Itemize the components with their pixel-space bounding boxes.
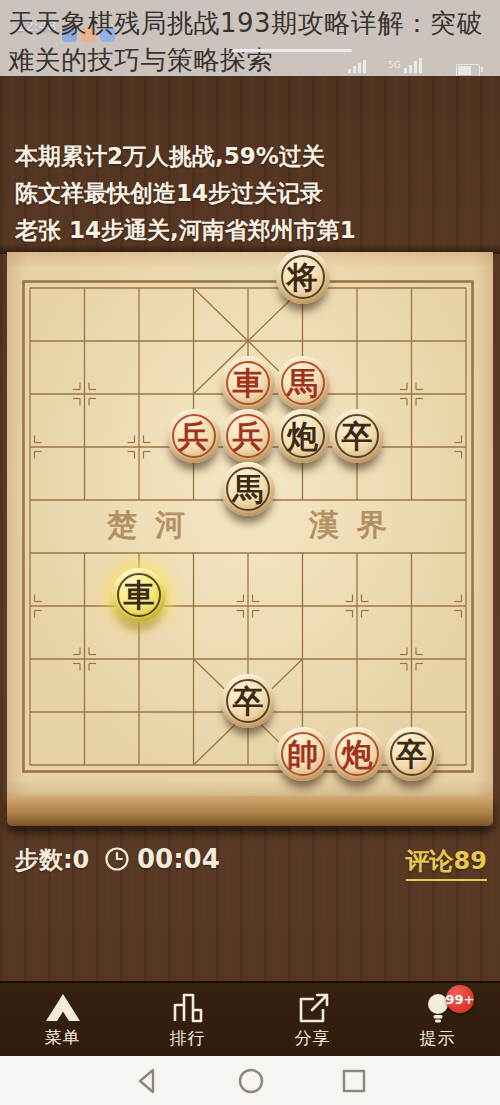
piece-character: 将 [287, 262, 318, 293]
piece-character: 馬 [233, 474, 264, 505]
stats-line-participants: 本期累计2万人挑战,59%过关 [15, 138, 356, 175]
xiangqi-board[interactable]: 楚河 漢界 将車馬兵兵炮卒馬車卒帥炮卒 [7, 252, 493, 796]
piece-black-soldier[interactable]: 卒 [330, 409, 384, 463]
piece-red-horse[interactable]: 馬 [276, 356, 330, 410]
piece-red-general[interactable]: 帥 [276, 727, 330, 781]
nav-item-ranking[interactable]: 排行 [125, 983, 250, 1058]
android-home-icon[interactable] [237, 1067, 265, 1095]
board-front-edge [7, 796, 493, 826]
piece-black-soldier[interactable]: 卒 [221, 674, 275, 728]
piece-character: 馬 [287, 368, 318, 399]
hint-badge: 99+ [446, 985, 475, 1013]
hud-bar: 步数:0 00:04 评论89 [0, 838, 500, 880]
share-icon [296, 992, 330, 1024]
piece-character: 車 [233, 368, 264, 399]
piece-black-general[interactable]: 将 [276, 250, 330, 304]
piece-character: 卒 [396, 739, 427, 770]
android-nav-bar [0, 1056, 500, 1105]
bottom-nav: 菜单 排行 分享 99+ 提示 [0, 981, 500, 1058]
timer-value: 00:04 [137, 844, 220, 874]
header: 12:48 5G 天天象棋残局挑战193期攻略详解：突破难关的技巧与策略探索 [0, 0, 500, 76]
android-recents-icon[interactable] [340, 1067, 368, 1095]
page-title: 天天象棋残局挑战193期攻略详解：突破难关的技巧与策略探索 [8, 5, 496, 76]
challenge-stats: 本期累计2万人挑战,59%过关 陈文祥最快创造14步过关记录 老张 14步通关,… [15, 138, 356, 249]
piece-black-cannon[interactable]: 炮 [276, 409, 330, 463]
piece-character: 卒 [233, 686, 264, 717]
nav-item-share[interactable]: 分享 [250, 983, 375, 1058]
step-counter: 步数:0 [15, 844, 89, 876]
piece-character: 卒 [342, 421, 373, 452]
app-screen: 12:48 5G 天天象棋残局挑战193期攻略详解：突破难关的技巧与策略探索 本… [0, 0, 500, 1105]
piece-character: 兵 [233, 421, 264, 452]
android-back-icon[interactable] [134, 1067, 162, 1095]
nav-item-hint-label: 分享 [295, 1027, 331, 1050]
piece-red-chariot[interactable]: 車 [221, 356, 275, 410]
comments-button[interactable]: 评论89 [406, 845, 487, 881]
piece-red-soldier[interactable]: 兵 [221, 409, 275, 463]
piece-black-horse[interactable]: 馬 [221, 462, 275, 516]
nav-item-menu[interactable]: 菜单 [0, 983, 125, 1058]
piece-character: 帥 [287, 739, 318, 770]
piece-character: 炮 [342, 739, 373, 770]
nav-label: 提示 [420, 1027, 456, 1050]
piece-character: 車 [124, 580, 155, 611]
clock-icon [104, 846, 130, 872]
nav-label: 排行 [170, 1027, 206, 1050]
menu-icon [44, 993, 82, 1023]
ranking-chart-icon [170, 992, 206, 1024]
piece-red-cannon[interactable]: 炮 [330, 727, 384, 781]
piece-black-chariot[interactable]: 車 [112, 568, 166, 622]
nav-item-hint[interactable]: 99+ 提示 [375, 983, 500, 1058]
piece-character: 炮 [287, 421, 318, 452]
stats-line-record: 陈文祥最快创造14步过关记录 [15, 175, 356, 212]
piece-character: 兵 [178, 421, 209, 452]
timer: 00:04 [104, 838, 220, 880]
piece-red-soldier[interactable]: 兵 [167, 409, 221, 463]
title-divider [232, 49, 352, 52]
nav-label: 菜单 [45, 1026, 81, 1049]
pieces-layer: 将車馬兵兵炮卒馬車卒帥炮卒 [3, 262, 494, 792]
piece-black-soldier[interactable]: 卒 [385, 727, 439, 781]
